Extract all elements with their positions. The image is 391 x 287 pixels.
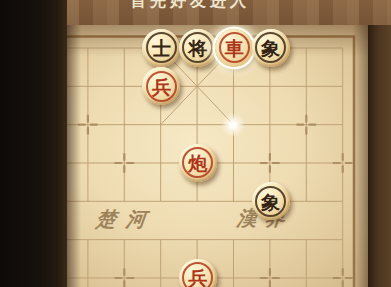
piece-character: 将 (188, 39, 207, 58)
piece-black-general[interactable]: 将 (179, 29, 217, 67)
page-title: 首先好友进入 (90, 0, 290, 12)
right-wood-frame (368, 25, 391, 287)
last-move-origin-sparkle (218, 110, 248, 140)
piece-red-cannon[interactable]: 炮 (179, 144, 217, 182)
left-dark-frame (0, 0, 67, 287)
piece-red-soldier[interactable]: 兵 (142, 67, 180, 105)
piece-character: 兵 (152, 77, 171, 96)
piece-character: 車 (225, 39, 244, 58)
xiangqi-game-screen: 楚河 漢界 士将車象兵炮象兵 首先好友进入 (0, 0, 391, 287)
piece-black-advisor[interactable]: 士 (142, 29, 180, 67)
piece-black-elephant[interactable]: 象 (252, 29, 290, 67)
piece-red-chariot[interactable]: 車 (215, 29, 253, 67)
piece-black-elephant-2[interactable]: 象 (252, 182, 290, 220)
piece-character: 士 (152, 39, 171, 58)
top-wood-bar: 首先好友进入 (67, 0, 391, 25)
piece-character: 兵 (188, 269, 207, 287)
piece-character: 炮 (188, 154, 207, 173)
piece-red-soldier-2[interactable]: 兵 (179, 259, 217, 287)
xiangqi-board[interactable]: 士将車象兵炮象兵 (33, 29, 361, 287)
piece-character: 象 (261, 39, 280, 58)
piece-character: 象 (261, 192, 280, 211)
